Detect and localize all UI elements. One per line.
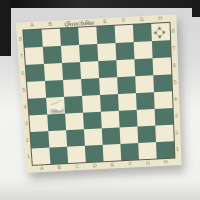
coordinate-label: 8 [170, 23, 176, 41]
square-b2[interactable] [48, 130, 67, 147]
coordinate-label: C [68, 164, 86, 170]
square-f4[interactable] [118, 93, 137, 111]
square-c1[interactable] [67, 146, 86, 163]
coordinate-label: 7 [171, 40, 177, 57]
coordinate-label: G [139, 160, 157, 166]
coordinate-label: A [23, 22, 42, 28]
square-a7[interactable] [25, 47, 44, 65]
square-d1[interactable] [85, 145, 104, 162]
square-g3[interactable] [137, 109, 156, 127]
square-e5[interactable] [99, 77, 118, 95]
square-f2[interactable] [120, 127, 139, 144]
square-c4[interactable] [64, 96, 83, 114]
coordinate-label: D [78, 20, 97, 26]
coordinate-label: C [59, 21, 78, 27]
square-f7[interactable] [115, 42, 134, 60]
square-c7[interactable] [61, 45, 80, 63]
coordinate-label: G [133, 17, 152, 23]
square-h4[interactable] [154, 91, 173, 109]
coordinate-label: E [104, 162, 122, 168]
square-e3[interactable] [101, 111, 120, 129]
square-b7[interactable] [43, 46, 62, 64]
backdrop-left-edge [0, 0, 11, 56]
chessboard: Quechess ABCDEFGH ABCDEFGH 87654321 8765… [16, 14, 182, 173]
square-b8[interactable] [42, 29, 61, 47]
square-c6[interactable] [62, 62, 81, 80]
square-e1[interactable] [103, 144, 122, 161]
coordinate-label: 4 [173, 91, 179, 108]
square-a3[interactable] [29, 115, 48, 133]
square-g8[interactable] [133, 24, 152, 42]
square-g2[interactable] [137, 126, 156, 143]
coordinate-label: H [157, 160, 175, 166]
square-f6[interactable] [116, 59, 135, 77]
coordinate-label: 2 [174, 124, 180, 141]
square-a8[interactable] [23, 30, 42, 48]
square-c2[interactable] [66, 129, 85, 146]
square-a5[interactable] [27, 81, 46, 99]
square-e8[interactable] [96, 26, 115, 44]
coordinate-label: E [96, 19, 115, 25]
square-f1[interactable] [120, 143, 139, 160]
square-d2[interactable] [84, 128, 103, 145]
square-d8[interactable] [78, 27, 97, 45]
square-e7[interactable] [97, 43, 116, 61]
coordinate-label: 3 [174, 108, 180, 125]
square-e2[interactable] [102, 127, 121, 144]
square-d5[interactable] [81, 78, 100, 96]
coordinate-label: B [51, 165, 69, 171]
coordinate-label: 5 [172, 74, 178, 91]
square-a2[interactable] [30, 131, 49, 148]
coordinate-label: F [121, 161, 139, 167]
square-d6[interactable] [80, 61, 99, 79]
coordinate-label: F [114, 18, 133, 24]
coordinate-label: 6 [172, 57, 178, 74]
square-a1[interactable] [32, 148, 51, 165]
square-h1[interactable] [156, 141, 174, 158]
square-d7[interactable] [79, 44, 98, 62]
square-g5[interactable] [135, 75, 154, 93]
square-a4[interactable] [28, 98, 47, 116]
backdrop-top-edge [0, 0, 200, 8]
play-area [23, 23, 174, 165]
square-h5[interactable] [153, 74, 172, 92]
coordinate-label: 1 [175, 141, 181, 158]
square-d4[interactable] [82, 95, 101, 113]
square-f5[interactable] [117, 76, 136, 94]
square-g4[interactable] [136, 92, 155, 110]
coordinate-label: B [41, 21, 60, 27]
square-d3[interactable] [83, 112, 102, 130]
square-b6[interactable] [44, 63, 63, 81]
square-h2[interactable] [155, 125, 173, 142]
square-h6[interactable] [153, 57, 172, 75]
coordinate-label: A [33, 166, 51, 172]
square-f8[interactable] [115, 25, 134, 43]
square-b1[interactable] [49, 147, 68, 164]
square-b5[interactable] [45, 80, 64, 98]
square-h3[interactable] [155, 108, 174, 126]
photo-backdrop: Quechess ABCDEFGH ABCDEFGH 87654321 8765… [0, 0, 200, 200]
square-b3[interactable] [47, 114, 66, 132]
square-c8[interactable] [60, 28, 79, 46]
square-f3[interactable] [119, 110, 138, 128]
square-g7[interactable] [134, 41, 153, 59]
square-e6[interactable] [98, 60, 117, 78]
board-border: Quechess ABCDEFGH ABCDEFGH 87654321 8765… [16, 14, 182, 173]
square-a6[interactable] [26, 64, 45, 82]
backdrop-right-edge [192, 0, 200, 17]
coordinate-label: D [86, 163, 104, 169]
white-pawn[interactable]: ♟ [47, 96, 65, 115]
square-g1[interactable] [138, 142, 156, 159]
square-e4[interactable] [100, 94, 119, 112]
coordinate-label: H [151, 16, 169, 22]
square-c5[interactable] [63, 79, 82, 97]
four-arrows-icon [150, 24, 169, 41]
square-h7[interactable] [152, 40, 171, 58]
square-g6[interactable] [134, 58, 153, 76]
square-c3[interactable] [65, 113, 84, 131]
